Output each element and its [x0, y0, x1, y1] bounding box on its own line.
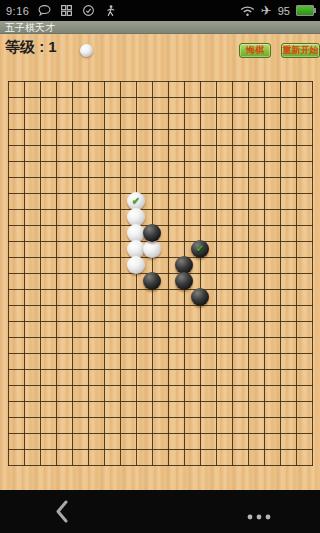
stone-white	[143, 240, 161, 258]
stone-black	[191, 288, 209, 306]
level-label: 等级 : 1	[5, 38, 57, 57]
stone-black	[143, 272, 161, 290]
stone-black	[143, 224, 161, 242]
menu-dots-icon[interactable]	[246, 507, 272, 525]
navigation-bar	[0, 490, 320, 533]
stone-black	[175, 272, 193, 290]
person-icon	[104, 4, 117, 17]
last-move-marker: ✔	[132, 196, 140, 206]
restart-button[interactable]: 重新开始	[281, 43, 320, 58]
airplane-icon: ✈	[261, 4, 272, 17]
undo-button[interactable]: 悔棋	[239, 43, 271, 58]
board-grid[interactable]	[8, 81, 313, 466]
turn-indicator-white-stone	[80, 44, 93, 57]
back-chevron-icon[interactable]	[54, 499, 69, 528]
wifi-icon	[240, 5, 255, 17]
chat-bubble-icon	[38, 4, 51, 17]
status-bar: 9:16 ✈ 95	[0, 0, 320, 21]
title-bar: 五子棋天才	[0, 21, 320, 34]
check-circle-icon	[82, 4, 95, 17]
battery-percent: 95	[278, 5, 290, 17]
grid-icon	[60, 4, 73, 17]
last-move-marker: ✔	[196, 244, 204, 254]
stone-black: ✔	[191, 240, 209, 258]
app-title: 五子棋天才	[5, 22, 55, 33]
screen: 9:16 ✈ 95 五子棋天才 等级 : 1 悔棋 重新开始 ✔	[0, 0, 320, 533]
clock: 9:16	[6, 5, 29, 17]
game-area: 等级 : 1 悔棋 重新开始 ✔✔	[0, 34, 320, 490]
battery-icon	[296, 5, 314, 16]
stone-white	[127, 256, 145, 274]
